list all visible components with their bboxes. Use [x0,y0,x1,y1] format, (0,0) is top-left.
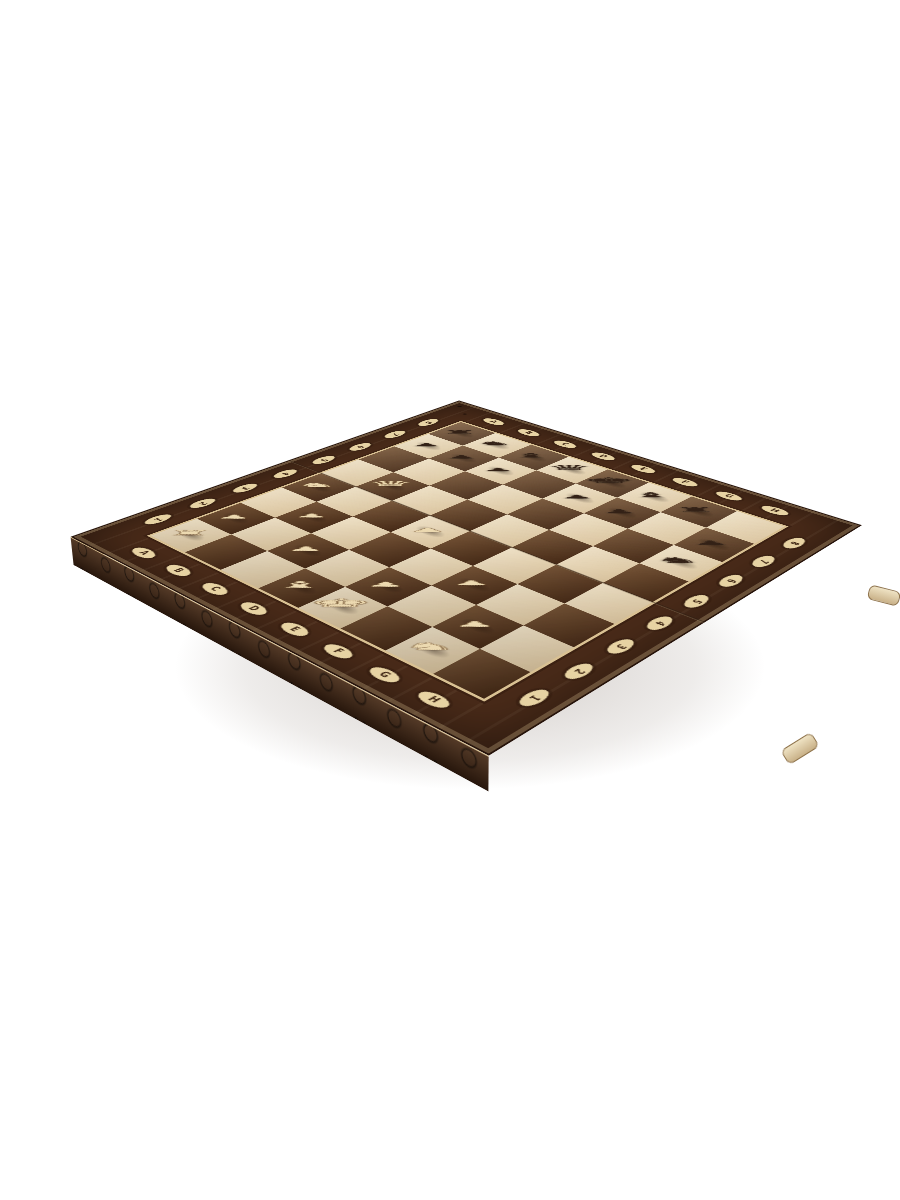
black-pawn-glyph: ♟ [444,467,553,472]
black-rook-glyph: ♜ [409,430,510,435]
product-photo-stage: AABBCCDDEEFFGGHH1122334455667788 ♜♞♝♛♚♝♜… [0,0,900,1200]
black-pawn-glyph: ♟ [408,455,514,459]
chessboard-3d-scene: AABBCCDDEEFFGGHH1122334455667788 ♜♞♝♛♚♝♜… [190,251,750,811]
black-pawn-glyph: ♟ [374,443,478,447]
white-pawn-glyph: ♟ [367,527,487,533]
black-king-glyph: ♚ [553,476,665,484]
black-pawn-glyph: ♟ [520,494,634,499]
white-knight-glyph: ♞ [260,482,373,488]
folding-chessboard: AABBCCDDEEFFGGHH1122334455667788 ♜♞♝♛♚♝♜… [71,401,863,756]
white-pawn-glyph: ♟ [174,514,293,519]
black-pawn-glyph: ♟ [561,509,679,514]
